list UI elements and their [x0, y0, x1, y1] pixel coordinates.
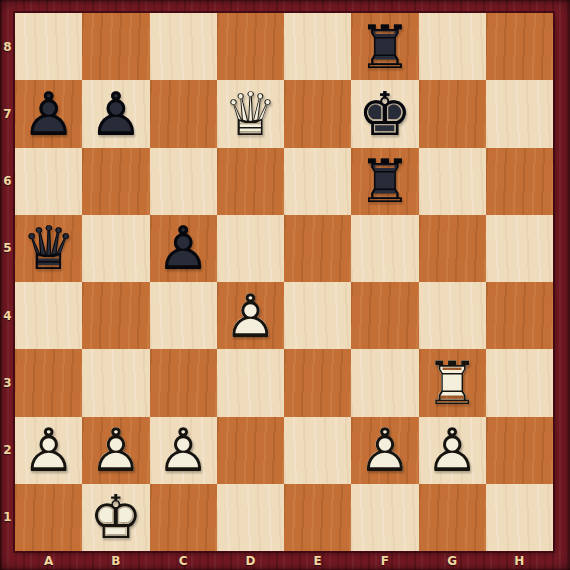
- square-f2[interactable]: ♟♙: [351, 417, 418, 484]
- square-d2[interactable]: [217, 417, 284, 484]
- square-f7[interactable]: ♚♔: [351, 80, 418, 147]
- file-label-h: H: [486, 551, 553, 570]
- piece-fill-glyph: ♟: [419, 420, 486, 480]
- square-a6[interactable]: [15, 148, 82, 215]
- square-b4[interactable]: [82, 282, 149, 349]
- square-g7[interactable]: [419, 80, 486, 147]
- piece-fill-glyph: ♟: [15, 84, 82, 144]
- square-g3[interactable]: ♜♖: [419, 349, 486, 416]
- square-h7[interactable]: [486, 80, 553, 147]
- square-f1[interactable]: [351, 484, 418, 551]
- white-pawn-d4[interactable]: ♟♙: [217, 282, 284, 349]
- square-f8[interactable]: ♜♖: [351, 13, 418, 80]
- piece-fill-glyph: ♟: [82, 84, 149, 144]
- square-h5[interactable]: [486, 215, 553, 282]
- piece-outline-glyph: ♙: [217, 286, 284, 346]
- file-label-e: E: [284, 551, 351, 570]
- piece-outline-glyph: ♖: [351, 151, 418, 211]
- file-label-b: B: [82, 551, 149, 570]
- piece-fill-glyph: ♚: [351, 84, 418, 144]
- board: ♜♖♟♙♟♙♛♕♚♔♜♖♛♕♟♙♟♙♜♖♟♙♟♙♟♙♟♙♟♙♚♔: [15, 13, 553, 551]
- piece-fill-glyph: ♜: [419, 353, 486, 413]
- white-king-b1[interactable]: ♚♔: [82, 484, 149, 551]
- white-pawn-c2[interactable]: ♟♙: [150, 417, 217, 484]
- square-c8[interactable]: [150, 13, 217, 80]
- square-b8[interactable]: [82, 13, 149, 80]
- piece-outline-glyph: ♙: [15, 420, 82, 480]
- square-a5[interactable]: ♛♕: [15, 215, 82, 282]
- square-c2[interactable]: ♟♙: [150, 417, 217, 484]
- square-c5[interactable]: ♟♙: [150, 215, 217, 282]
- square-g6[interactable]: [419, 148, 486, 215]
- piece-fill-glyph: ♟: [217, 286, 284, 346]
- file-label-f: F: [351, 551, 418, 570]
- square-a1[interactable]: [15, 484, 82, 551]
- square-g2[interactable]: ♟♙: [419, 417, 486, 484]
- square-f4[interactable]: [351, 282, 418, 349]
- square-b3[interactable]: [82, 349, 149, 416]
- white-pawn-a2[interactable]: ♟♙: [15, 417, 82, 484]
- square-d8[interactable]: [217, 13, 284, 80]
- square-d4[interactable]: ♟♙: [217, 282, 284, 349]
- piece-fill-glyph: ♟: [150, 218, 217, 278]
- piece-fill-glyph: ♟: [351, 420, 418, 480]
- square-e8[interactable]: [284, 13, 351, 80]
- square-f5[interactable]: [351, 215, 418, 282]
- chess-board-frame: 87654321 ♜♖♟♙♟♙♛♕♚♔♜♖♛♕♟♙♟♙♜♖♟♙♟♙♟♙♟♙♟♙♚…: [0, 0, 570, 570]
- square-h1[interactable]: [486, 484, 553, 551]
- square-c6[interactable]: [150, 148, 217, 215]
- white-queen-d7[interactable]: ♛♕: [217, 80, 284, 147]
- square-b6[interactable]: [82, 148, 149, 215]
- piece-fill-glyph: ♛: [217, 84, 284, 144]
- square-f3[interactable]: [351, 349, 418, 416]
- square-c4[interactable]: [150, 282, 217, 349]
- square-h4[interactable]: [486, 282, 553, 349]
- square-a3[interactable]: [15, 349, 82, 416]
- rank-label-4: 4: [0, 282, 15, 349]
- piece-fill-glyph: ♜: [351, 151, 418, 211]
- square-h8[interactable]: [486, 13, 553, 80]
- piece-fill-glyph: ♟: [15, 420, 82, 480]
- square-g5[interactable]: [419, 215, 486, 282]
- piece-outline-glyph: ♔: [82, 487, 149, 547]
- black-rook-f6[interactable]: ♜♖: [351, 148, 418, 215]
- square-d5[interactable]: [217, 215, 284, 282]
- piece-outline-glyph: ♙: [82, 420, 149, 480]
- black-rook-f8[interactable]: ♜♖: [351, 13, 418, 80]
- rank-label-1: 1: [0, 484, 15, 551]
- piece-outline-glyph: ♙: [150, 420, 217, 480]
- square-g8[interactable]: [419, 13, 486, 80]
- square-a4[interactable]: [15, 282, 82, 349]
- black-king-f7[interactable]: ♚♔: [351, 80, 418, 147]
- file-label-c: C: [150, 551, 217, 570]
- piece-outline-glyph: ♙: [82, 84, 149, 144]
- black-pawn-b7[interactable]: ♟♙: [82, 80, 149, 147]
- rank-label-3: 3: [0, 349, 15, 416]
- file-label-g: G: [419, 551, 486, 570]
- white-rook-g3[interactable]: ♜♖: [419, 349, 486, 416]
- piece-outline-glyph: ♕: [15, 218, 82, 278]
- piece-fill-glyph: ♜: [351, 17, 418, 77]
- white-pawn-f2[interactable]: ♟♙: [351, 417, 418, 484]
- square-c1[interactable]: [150, 484, 217, 551]
- square-h3[interactable]: [486, 349, 553, 416]
- square-h6[interactable]: [486, 148, 553, 215]
- square-e1[interactable]: [284, 484, 351, 551]
- piece-outline-glyph: ♕: [217, 84, 284, 144]
- white-pawn-b2[interactable]: ♟♙: [82, 417, 149, 484]
- black-queen-a5[interactable]: ♛♕: [15, 215, 82, 282]
- piece-fill-glyph: ♚: [82, 487, 149, 547]
- file-label-d: D: [217, 551, 284, 570]
- rank-label-5: 5: [0, 215, 15, 282]
- square-b5[interactable]: [82, 215, 149, 282]
- rank-label-6: 6: [0, 148, 15, 215]
- file-label-a: A: [15, 551, 82, 570]
- file-labels: ABCDEFGH: [15, 551, 553, 570]
- rank-label-7: 7: [0, 80, 15, 147]
- piece-fill-glyph: ♛: [15, 218, 82, 278]
- rank-labels: 87654321: [0, 13, 15, 551]
- piece-outline-glyph: ♙: [15, 84, 82, 144]
- white-pawn-g2[interactable]: ♟♙: [419, 417, 486, 484]
- square-h2[interactable]: [486, 417, 553, 484]
- square-c3[interactable]: [150, 349, 217, 416]
- square-d7[interactable]: ♛♕: [217, 80, 284, 147]
- black-pawn-c5[interactable]: ♟♙: [150, 215, 217, 282]
- square-d3[interactable]: [217, 349, 284, 416]
- square-c7[interactable]: [150, 80, 217, 147]
- square-d1[interactable]: [217, 484, 284, 551]
- piece-fill-glyph: ♟: [150, 420, 217, 480]
- square-e2[interactable]: [284, 417, 351, 484]
- rank-label-2: 2: [0, 417, 15, 484]
- square-d6[interactable]: [217, 148, 284, 215]
- square-b2[interactable]: ♟♙: [82, 417, 149, 484]
- piece-outline-glyph: ♙: [351, 420, 418, 480]
- square-e7[interactable]: [284, 80, 351, 147]
- square-e5[interactable]: [284, 215, 351, 282]
- piece-outline-glyph: ♖: [419, 353, 486, 413]
- square-b7[interactable]: ♟♙: [82, 80, 149, 147]
- square-a7[interactable]: ♟♙: [15, 80, 82, 147]
- black-pawn-a7[interactable]: ♟♙: [15, 80, 82, 147]
- piece-outline-glyph: ♖: [351, 17, 418, 77]
- piece-outline-glyph: ♙: [150, 218, 217, 278]
- piece-fill-glyph: ♟: [82, 420, 149, 480]
- square-g4[interactable]: [419, 282, 486, 349]
- square-e4[interactable]: [284, 282, 351, 349]
- square-f6[interactable]: ♜♖: [351, 148, 418, 215]
- square-g1[interactable]: [419, 484, 486, 551]
- piece-outline-glyph: ♙: [419, 420, 486, 480]
- square-b1[interactable]: ♚♔: [82, 484, 149, 551]
- square-a2[interactable]: ♟♙: [15, 417, 82, 484]
- square-e6[interactable]: [284, 148, 351, 215]
- square-e3[interactable]: [284, 349, 351, 416]
- square-a8[interactable]: [15, 13, 82, 80]
- rank-label-8: 8: [0, 13, 15, 80]
- piece-outline-glyph: ♔: [351, 84, 418, 144]
